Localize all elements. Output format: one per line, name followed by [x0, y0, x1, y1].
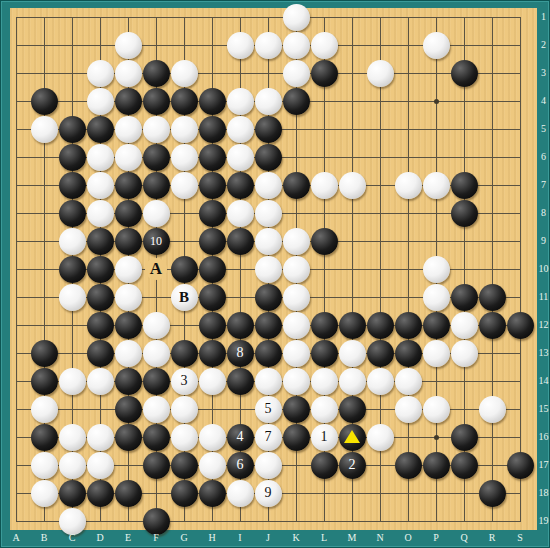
white-stone-J14	[255, 368, 282, 395]
move-1-stone: 1	[311, 424, 338, 451]
white-stone-C17	[59, 452, 86, 479]
white-stone-P10	[423, 256, 450, 283]
black-stone-F19	[143, 508, 170, 535]
move-8-stone: 8	[227, 340, 254, 367]
white-stone-D6	[87, 144, 114, 171]
coord-number-11: 11	[537, 292, 550, 302]
black-stone-J12	[255, 312, 282, 339]
black-stone-B16	[31, 424, 58, 451]
coord-number-1: 1	[537, 12, 550, 22]
white-stone-M14	[339, 368, 366, 395]
coord-letter-S: S	[513, 533, 527, 543]
black-stone-G17	[171, 452, 198, 479]
white-stone-F15	[143, 396, 170, 423]
white-stone-I8	[227, 200, 254, 227]
white-stone-K3	[283, 60, 310, 87]
coord-number-10: 10	[537, 264, 550, 274]
grid-line-vertical	[492, 17, 493, 522]
white-stone-J8	[255, 200, 282, 227]
black-stone-P12	[423, 312, 450, 339]
move-4-stone: 4	[227, 424, 254, 451]
black-stone-N12	[367, 312, 394, 339]
black-stone-H12	[199, 312, 226, 339]
coord-letter-F: F	[149, 533, 163, 543]
white-stone-E13	[115, 340, 142, 367]
coord-number-4: 4	[537, 96, 550, 106]
coord-letter-D: D	[93, 533, 107, 543]
black-stone-I7	[227, 172, 254, 199]
move-2-stone: 2	[339, 452, 366, 479]
black-stone-D9	[87, 228, 114, 255]
coord-number-9: 9	[537, 236, 550, 246]
coord-letter-M: M	[345, 533, 359, 543]
white-stone-K9	[283, 228, 310, 255]
black-stone-D13	[87, 340, 114, 367]
white-stone-D3	[87, 60, 114, 87]
coord-number-19: 19	[537, 516, 550, 526]
triangle-mark	[344, 430, 360, 443]
black-stone-H18	[199, 480, 226, 507]
coord-letter-K: K	[289, 533, 303, 543]
black-stone-E12	[115, 312, 142, 339]
coord-number-5: 5	[537, 124, 550, 134]
coord-letter-J: J	[261, 533, 275, 543]
black-stone-I12	[227, 312, 254, 339]
coord-letter-A: A	[9, 533, 23, 543]
black-stone-L17	[311, 452, 338, 479]
black-stone-D12	[87, 312, 114, 339]
black-stone-C5	[59, 116, 86, 143]
white-stone-J10	[255, 256, 282, 283]
white-stone-D7	[87, 172, 114, 199]
white-stone-I4	[227, 88, 254, 115]
black-stone-M12	[339, 312, 366, 339]
coord-number-12: 12	[537, 320, 550, 330]
grid-line-horizontal	[16, 521, 521, 522]
move-9-stone: 9	[255, 480, 282, 507]
coord-letter-I: I	[233, 533, 247, 543]
white-stone-P2	[423, 32, 450, 59]
white-stone-I18	[227, 480, 254, 507]
black-stone-K16	[283, 424, 310, 451]
coord-letter-G: G	[177, 533, 191, 543]
black-stone-Q11	[451, 284, 478, 311]
black-stone-O12	[395, 312, 422, 339]
black-stone-S17	[507, 452, 534, 479]
white-stone-D16	[87, 424, 114, 451]
black-stone-H9	[199, 228, 226, 255]
white-stone-B17	[31, 452, 58, 479]
white-stone-P7	[423, 172, 450, 199]
white-stone-Q13	[451, 340, 478, 367]
black-stone-H13	[199, 340, 226, 367]
white-stone-E5	[115, 116, 142, 143]
black-stone-Q17	[451, 452, 478, 479]
white-stone-G15	[171, 396, 198, 423]
black-stone-F16	[143, 424, 170, 451]
white-stone-H17	[199, 452, 226, 479]
white-stone-K11	[283, 284, 310, 311]
white-stone-J4	[255, 88, 282, 115]
black-stone-E9	[115, 228, 142, 255]
coord-number-6: 6	[537, 152, 550, 162]
black-stone-H8	[199, 200, 226, 227]
white-stone-D14	[87, 368, 114, 395]
coord-number-13: 13	[537, 348, 550, 358]
black-stone-O13	[395, 340, 422, 367]
white-stone-D4	[87, 88, 114, 115]
white-stone-G16	[171, 424, 198, 451]
coord-number-18: 18	[537, 488, 550, 498]
white-stone-G5	[171, 116, 198, 143]
star-point	[434, 99, 439, 104]
white-stone-O7	[395, 172, 422, 199]
white-stone-Q12	[451, 312, 478, 339]
white-stone-I6	[227, 144, 254, 171]
star-point	[434, 435, 439, 440]
black-stone-R18	[479, 480, 506, 507]
coord-letter-L: L	[317, 533, 331, 543]
white-stone-L15	[311, 396, 338, 423]
black-stone-C6	[59, 144, 86, 171]
black-stone-H7	[199, 172, 226, 199]
black-stone-F4	[143, 88, 170, 115]
move-5-stone: 5	[255, 396, 282, 423]
black-stone-G4	[171, 88, 198, 115]
black-stone-B4	[31, 88, 58, 115]
white-stone-P13	[423, 340, 450, 367]
point-label-A: A	[145, 258, 167, 280]
black-stone-E16	[115, 424, 142, 451]
white-stone-F13	[143, 340, 170, 367]
move-10-stone: 10	[143, 228, 170, 255]
white-stone-L7	[311, 172, 338, 199]
white-stone-F5	[143, 116, 170, 143]
white-stone-J7	[255, 172, 282, 199]
black-stone-E18	[115, 480, 142, 507]
white-stone-E10	[115, 256, 142, 283]
coord-number-2: 2	[537, 40, 550, 50]
black-stone-J5	[255, 116, 282, 143]
coord-number-16: 16	[537, 432, 550, 442]
black-stone-F17	[143, 452, 170, 479]
go-board[interactable]: 10B835471629A	[10, 8, 537, 530]
black-stone-E14	[115, 368, 142, 395]
coord-number-3: 3	[537, 68, 550, 78]
coord-number-14: 14	[537, 376, 550, 386]
white-stone-L14	[311, 368, 338, 395]
white-stone-B18	[31, 480, 58, 507]
black-stone-E15	[115, 396, 142, 423]
white-stone-B5	[31, 116, 58, 143]
coord-letter-O: O	[401, 533, 415, 543]
coord-letter-C: C	[65, 533, 79, 543]
black-stone-K7	[283, 172, 310, 199]
black-stone-F7	[143, 172, 170, 199]
white-stone-M13	[339, 340, 366, 367]
black-stone-N13	[367, 340, 394, 367]
black-stone-E8	[115, 200, 142, 227]
white-stone-K14	[283, 368, 310, 395]
black-stone-L13	[311, 340, 338, 367]
coord-letter-R: R	[485, 533, 499, 543]
black-stone-R11	[479, 284, 506, 311]
black-stone-K4	[283, 88, 310, 115]
black-stone-E4	[115, 88, 142, 115]
black-stone-P17	[423, 452, 450, 479]
go-app-window: 10B835471629A ABCDEFGHIJKLMNOPQRS1234567…	[0, 0, 550, 548]
coord-number-15: 15	[537, 404, 550, 414]
white-stone-K10	[283, 256, 310, 283]
white-stone-E11	[115, 284, 142, 311]
white-stone-I5	[227, 116, 254, 143]
white-stone-K13	[283, 340, 310, 367]
white-stone-I2	[227, 32, 254, 59]
coord-letter-N: N	[373, 533, 387, 543]
black-stone-L3	[311, 60, 338, 87]
white-stone-G7	[171, 172, 198, 199]
coord-letter-P: P	[429, 533, 443, 543]
white-stone-H14	[199, 368, 226, 395]
black-stone-D18	[87, 480, 114, 507]
grid-line-vertical	[408, 17, 409, 522]
black-stone-H4	[199, 88, 226, 115]
black-stone-O17	[395, 452, 422, 479]
white-stone-E2	[115, 32, 142, 59]
black-stone-J6	[255, 144, 282, 171]
white-stone-J2	[255, 32, 282, 59]
black-stone-F3	[143, 60, 170, 87]
white-stone-N3	[367, 60, 394, 87]
white-stone-C14	[59, 368, 86, 395]
black-stone-D11	[87, 284, 114, 311]
white-stone-K2	[283, 32, 310, 59]
black-stone-C7	[59, 172, 86, 199]
black-stone-H10	[199, 256, 226, 283]
white-stone-K1	[283, 4, 310, 31]
black-stone-F6	[143, 144, 170, 171]
white-stone-F8	[143, 200, 170, 227]
white-stone-K12	[283, 312, 310, 339]
white-stone-C19	[59, 508, 86, 535]
white-stone-C16	[59, 424, 86, 451]
black-stone-R12	[479, 312, 506, 339]
label-B-stone: B	[171, 284, 198, 311]
white-stone-O14	[395, 368, 422, 395]
black-stone-I14	[227, 368, 254, 395]
move-7-stone: 7	[255, 424, 282, 451]
black-stone-Q7	[451, 172, 478, 199]
black-stone-J13	[255, 340, 282, 367]
white-stone-O15	[395, 396, 422, 423]
white-stone-D17	[87, 452, 114, 479]
black-stone-E7	[115, 172, 142, 199]
black-stone-D5	[87, 116, 114, 143]
white-stone-G3	[171, 60, 198, 87]
white-stone-M7	[339, 172, 366, 199]
black-stone-K15	[283, 396, 310, 423]
black-stone-Q8	[451, 200, 478, 227]
black-stone-G18	[171, 480, 198, 507]
coord-letter-B: B	[37, 533, 51, 543]
white-stone-P15	[423, 396, 450, 423]
black-stone-M15	[339, 396, 366, 423]
black-stone-C10	[59, 256, 86, 283]
white-stone-E6	[115, 144, 142, 171]
white-stone-G6	[171, 144, 198, 171]
black-stone-H6	[199, 144, 226, 171]
white-stone-H16	[199, 424, 226, 451]
black-stone-G13	[171, 340, 198, 367]
coord-letter-Q: Q	[457, 533, 471, 543]
white-stone-J9	[255, 228, 282, 255]
black-stone-S12	[507, 312, 534, 339]
black-stone-C18	[59, 480, 86, 507]
move-6-stone: 6	[227, 452, 254, 479]
white-stone-N14	[367, 368, 394, 395]
grid-line-vertical	[520, 17, 521, 522]
black-stone-I9	[227, 228, 254, 255]
white-stone-F12	[143, 312, 170, 339]
white-stone-C9	[59, 228, 86, 255]
black-stone-B13	[31, 340, 58, 367]
black-stone-F14	[143, 368, 170, 395]
white-stone-D8	[87, 200, 114, 227]
black-stone-J11	[255, 284, 282, 311]
coord-letter-H: H	[205, 533, 219, 543]
black-stone-L12	[311, 312, 338, 339]
white-stone-P11	[423, 284, 450, 311]
black-stone-Q3	[451, 60, 478, 87]
coord-letter-E: E	[121, 533, 135, 543]
coord-number-17: 17	[537, 460, 550, 470]
black-stone-B14	[31, 368, 58, 395]
coord-number-8: 8	[537, 208, 550, 218]
black-stone-L9	[311, 228, 338, 255]
black-stone-Q16	[451, 424, 478, 451]
white-stone-N16	[367, 424, 394, 451]
white-stone-E3	[115, 60, 142, 87]
white-stone-J17	[255, 452, 282, 479]
white-stone-B15	[31, 396, 58, 423]
coord-number-7: 7	[537, 180, 550, 190]
black-stone-G10	[171, 256, 198, 283]
white-stone-R15	[479, 396, 506, 423]
white-stone-C11	[59, 284, 86, 311]
black-stone-C8	[59, 200, 86, 227]
black-stone-H5	[199, 116, 226, 143]
black-stone-D10	[87, 256, 114, 283]
white-stone-L2	[311, 32, 338, 59]
move-3-stone: 3	[171, 368, 198, 395]
black-stone-H11	[199, 284, 226, 311]
